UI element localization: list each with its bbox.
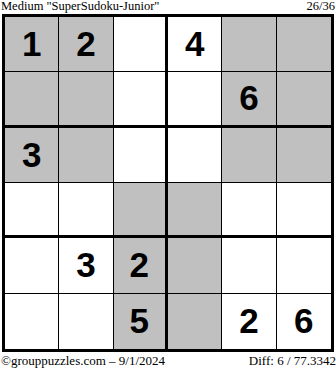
cell-r4c3[interactable] [114, 183, 168, 238]
cell-r4c4[interactable] [168, 183, 222, 238]
cell-r4c1[interactable] [5, 183, 59, 238]
cell-r4c6[interactable] [277, 183, 331, 238]
cell-r6c2[interactable] [59, 294, 113, 349]
cell-r5c3[interactable]: 2 [114, 238, 168, 293]
cell-r5c4[interactable] [168, 238, 222, 293]
cell-r5c2[interactable]: 3 [59, 238, 113, 293]
cell-r3c6[interactable] [277, 128, 331, 183]
cell-r2c2[interactable] [59, 72, 113, 127]
cells-remaining-counter: 26/36 [307, 0, 335, 13]
cell-r1c2[interactable]: 2 [59, 17, 113, 72]
cell-r1c3[interactable] [114, 17, 168, 72]
cell-r6c1[interactable] [5, 294, 59, 349]
cell-r5c5[interactable] [222, 238, 276, 293]
puzzle-title: Medium "SuperSudoku-Junior" [1, 0, 159, 13]
puzzle-page: Medium "SuperSudoku-Junior" 26/36 124633… [0, 0, 336, 370]
cell-r3c4[interactable] [168, 128, 222, 183]
cell-r6c5[interactable]: 2 [222, 294, 276, 349]
cell-r5c6[interactable] [277, 238, 331, 293]
cell-r1c5[interactable] [222, 17, 276, 72]
cell-r4c2[interactable] [59, 183, 113, 238]
cell-r2c3[interactable] [114, 72, 168, 127]
cell-r3c3[interactable] [114, 128, 168, 183]
cell-r2c5[interactable]: 6 [222, 72, 276, 127]
cell-r2c4[interactable] [168, 72, 222, 127]
cell-r6c3[interactable]: 5 [114, 294, 168, 349]
cell-r1c6[interactable] [277, 17, 331, 72]
sudoku-grid: 1246332526 [2, 14, 334, 352]
cell-r3c1[interactable]: 3 [5, 128, 59, 183]
copyright-date: ©grouppuzzles.com – 9/1/2024 [1, 354, 165, 368]
cell-r3c2[interactable] [59, 128, 113, 183]
cell-r5c1[interactable] [5, 238, 59, 293]
cell-r3c5[interactable] [222, 128, 276, 183]
footer: ©grouppuzzles.com – 9/1/2024 Diff: 6 / 7… [1, 354, 336, 369]
cell-r2c1[interactable] [5, 72, 59, 127]
cell-r4c5[interactable] [222, 183, 276, 238]
cell-r6c4[interactable] [168, 294, 222, 349]
cell-r1c1[interactable]: 1 [5, 17, 59, 72]
cell-r6c6[interactable]: 6 [277, 294, 331, 349]
header: Medium "SuperSudoku-Junior" 26/36 [1, 0, 335, 13]
cell-r2c6[interactable] [277, 72, 331, 127]
difficulty-rating: Diff: 6 / 77.3342 [249, 354, 336, 368]
cell-r1c4[interactable]: 4 [168, 17, 222, 72]
